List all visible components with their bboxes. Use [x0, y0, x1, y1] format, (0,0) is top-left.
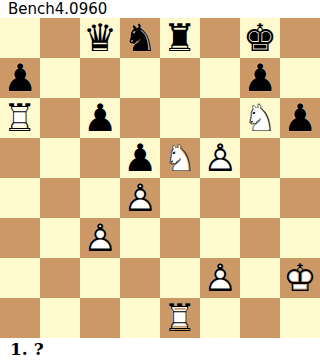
- square-f4[interactable]: [200, 178, 240, 218]
- square-b8[interactable]: [40, 18, 80, 58]
- square-c8[interactable]: ♛: [80, 18, 120, 58]
- square-c7[interactable]: [80, 58, 120, 98]
- square-b3[interactable]: [40, 218, 80, 258]
- piece-white-rook[interactable]: ♜♖: [160, 298, 200, 338]
- square-c3[interactable]: ♟♙: [80, 218, 120, 258]
- square-d7[interactable]: [120, 58, 160, 98]
- piece-glyph-outline: ♔: [280, 258, 320, 298]
- piece-black-pawn[interactable]: ♟: [120, 138, 160, 178]
- piece-white-pawn[interactable]: ♟♙: [80, 218, 120, 258]
- square-h1[interactable]: [280, 298, 320, 338]
- square-d2[interactable]: [120, 258, 160, 298]
- square-e2[interactable]: [160, 258, 200, 298]
- square-h8[interactable]: [280, 18, 320, 58]
- piece-black-pawn[interactable]: ♟: [280, 98, 320, 138]
- piece-white-pawn[interactable]: ♟♙: [200, 138, 240, 178]
- piece-black-pawn[interactable]: ♟: [80, 98, 120, 138]
- square-b2[interactable]: [40, 258, 80, 298]
- square-c2[interactable]: [80, 258, 120, 298]
- piece-glyph-outline: ♘: [160, 138, 200, 178]
- piece-black-rook[interactable]: ♜: [160, 18, 200, 58]
- square-d8[interactable]: ♞: [120, 18, 160, 58]
- piece-glyph-outline: ♙: [200, 258, 240, 298]
- square-d1[interactable]: [120, 298, 160, 338]
- square-e8[interactable]: ♜: [160, 18, 200, 58]
- square-e7[interactable]: [160, 58, 200, 98]
- piece-glyph: ♚: [240, 18, 280, 58]
- square-e4[interactable]: [160, 178, 200, 218]
- square-a6[interactable]: ♜♖: [0, 98, 40, 138]
- square-a8[interactable]: [0, 18, 40, 58]
- piece-glyph: ♞: [120, 18, 160, 58]
- square-c5[interactable]: [80, 138, 120, 178]
- square-h7[interactable]: [280, 58, 320, 98]
- piece-white-rook[interactable]: ♜♖: [0, 98, 40, 138]
- square-a5[interactable]: [0, 138, 40, 178]
- piece-glyph: ♟: [240, 58, 280, 98]
- piece-glyph: ♜: [160, 18, 200, 58]
- square-e5[interactable]: ♞♘: [160, 138, 200, 178]
- square-c6[interactable]: ♟: [80, 98, 120, 138]
- piece-glyph-outline: ♙: [120, 178, 160, 218]
- square-a2[interactable]: [0, 258, 40, 298]
- square-b6[interactable]: [40, 98, 80, 138]
- piece-white-pawn[interactable]: ♟♙: [200, 258, 240, 298]
- piece-black-king[interactable]: ♚: [240, 18, 280, 58]
- piece-white-king[interactable]: ♚♔: [280, 258, 320, 298]
- square-f6[interactable]: [200, 98, 240, 138]
- piece-glyph-outline: ♘: [240, 98, 280, 138]
- move-prompt: 1. ?: [0, 338, 320, 360]
- piece-black-pawn[interactable]: ♟: [0, 58, 40, 98]
- square-f3[interactable]: [200, 218, 240, 258]
- piece-glyph: ♛: [80, 18, 120, 58]
- square-f2[interactable]: ♟♙: [200, 258, 240, 298]
- square-d3[interactable]: [120, 218, 160, 258]
- piece-glyph: ♟: [120, 138, 160, 178]
- square-g2[interactable]: [240, 258, 280, 298]
- square-g1[interactable]: [240, 298, 280, 338]
- piece-glyph-outline: ♙: [80, 218, 120, 258]
- square-c4[interactable]: [80, 178, 120, 218]
- square-f1[interactable]: [200, 298, 240, 338]
- square-b1[interactable]: [40, 298, 80, 338]
- square-g3[interactable]: [240, 218, 280, 258]
- piece-black-pawn[interactable]: ♟: [240, 58, 280, 98]
- piece-black-knight[interactable]: ♞: [120, 18, 160, 58]
- piece-glyph: ♟: [0, 58, 40, 98]
- piece-white-pawn[interactable]: ♟♙: [120, 178, 160, 218]
- chess-board: ♛♞♜♚♟♟♜♖♟♞♘♟♟♞♘♟♙♟♙♟♙♟♙♚♔♜♖: [0, 18, 320, 338]
- square-b5[interactable]: [40, 138, 80, 178]
- square-h3[interactable]: [280, 218, 320, 258]
- square-h5[interactable]: [280, 138, 320, 178]
- piece-glyph-outline: ♖: [160, 298, 200, 338]
- square-b7[interactable]: [40, 58, 80, 98]
- chess-app: Bench4.0960 ♛♞♜♚♟♟♜♖♟♞♘♟♟♞♘♟♙♟♙♟♙♟♙♚♔♜♖ …: [0, 0, 320, 360]
- square-g8[interactable]: ♚: [240, 18, 280, 58]
- square-g4[interactable]: [240, 178, 280, 218]
- piece-glyph: ♟: [280, 98, 320, 138]
- square-h2[interactable]: ♚♔: [280, 258, 320, 298]
- square-h6[interactable]: ♟: [280, 98, 320, 138]
- square-a3[interactable]: [0, 218, 40, 258]
- piece-white-knight[interactable]: ♞♘: [160, 138, 200, 178]
- piece-glyph: ♟: [80, 98, 120, 138]
- square-e1[interactable]: ♜♖: [160, 298, 200, 338]
- square-c1[interactable]: [80, 298, 120, 338]
- square-a7[interactable]: ♟: [0, 58, 40, 98]
- piece-glyph-outline: ♖: [0, 98, 40, 138]
- square-f5[interactable]: ♟♙: [200, 138, 240, 178]
- square-a1[interactable]: [0, 298, 40, 338]
- square-e6[interactable]: [160, 98, 200, 138]
- square-d4[interactable]: ♟♙: [120, 178, 160, 218]
- square-f8[interactable]: [200, 18, 240, 58]
- square-g6[interactable]: ♞♘: [240, 98, 280, 138]
- square-f7[interactable]: [200, 58, 240, 98]
- piece-black-queen[interactable]: ♛: [80, 18, 120, 58]
- square-g5[interactable]: [240, 138, 280, 178]
- square-a4[interactable]: [0, 178, 40, 218]
- square-h4[interactable]: [280, 178, 320, 218]
- square-e3[interactable]: [160, 218, 200, 258]
- square-g7[interactable]: ♟: [240, 58, 280, 98]
- square-d5[interactable]: ♟: [120, 138, 160, 178]
- piece-glyph-outline: ♙: [200, 138, 240, 178]
- piece-white-knight[interactable]: ♞♘: [240, 98, 280, 138]
- square-d6[interactable]: [120, 98, 160, 138]
- square-b4[interactable]: [40, 178, 80, 218]
